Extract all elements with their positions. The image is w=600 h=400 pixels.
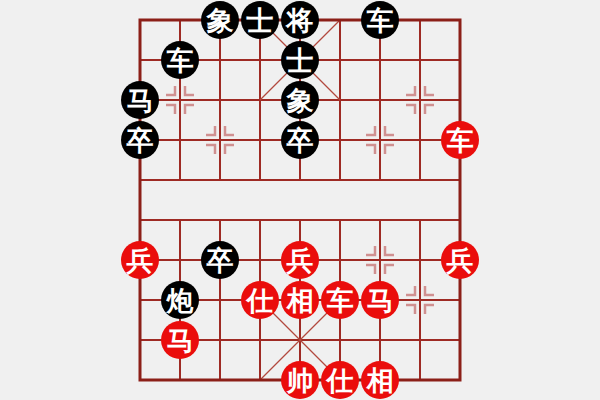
- black-elephant-left[interactable]: 象: [201, 1, 239, 39]
- black-advisor-center[interactable]: 士: [281, 41, 319, 79]
- black-chariot-left[interactable]: 车: [161, 41, 199, 79]
- red-horse-left[interactable]: 马: [161, 321, 199, 359]
- red-horse-right[interactable]: 马: [361, 281, 399, 319]
- xiangqi-screenshot: 象士将车车士马象卒卒车兵卒兵兵炮仕相车马马帅仕相: [0, 0, 600, 400]
- black-soldier-c[interactable]: 卒: [201, 241, 239, 279]
- red-advisor-right[interactable]: 仕: [321, 361, 359, 399]
- black-horse[interactable]: 马: [121, 81, 159, 119]
- red-soldier-i[interactable]: 兵: [441, 241, 479, 279]
- red-chariot-right[interactable]: 车: [441, 121, 479, 159]
- red-elephant-center[interactable]: 相: [281, 281, 319, 319]
- black-advisor-left[interactable]: 士: [241, 1, 279, 39]
- xiangqi-board[interactable]: 象士将车车士马象卒卒车兵卒兵兵炮仕相车马马帅仕相: [0, 0, 600, 400]
- black-elephant-center[interactable]: 象: [281, 81, 319, 119]
- black-soldier-e[interactable]: 卒: [281, 121, 319, 159]
- red-general[interactable]: 帅: [281, 361, 319, 399]
- pieces-layer: 象士将车车士马象卒卒车兵卒兵兵炮仕相车马马帅仕相: [120, 0, 480, 400]
- red-soldier-e[interactable]: 兵: [281, 241, 319, 279]
- black-general[interactable]: 将: [281, 1, 319, 39]
- black-cannon[interactable]: 炮: [161, 281, 199, 319]
- red-elephant-right[interactable]: 相: [361, 361, 399, 399]
- red-advisor-left[interactable]: 仕: [241, 281, 279, 319]
- black-chariot-right[interactable]: 车: [361, 1, 399, 39]
- red-chariot-left[interactable]: 车: [321, 281, 359, 319]
- black-soldier-a[interactable]: 卒: [121, 121, 159, 159]
- red-soldier-a[interactable]: 兵: [121, 241, 159, 279]
